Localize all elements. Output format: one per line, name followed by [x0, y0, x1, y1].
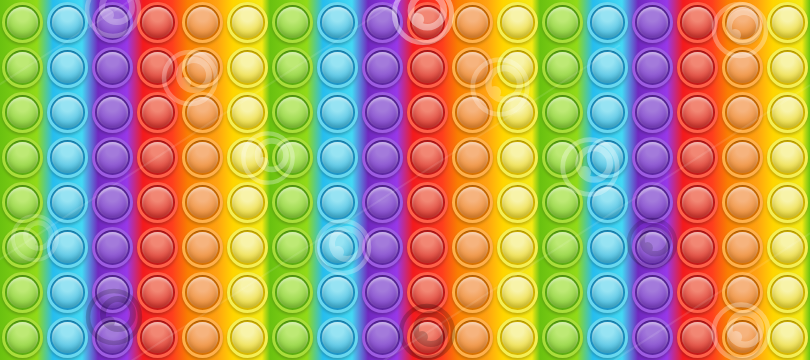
popit-cell-r8c4: [135, 315, 180, 360]
popit-bubble-orange-r8c5[interactable]: [182, 317, 223, 358]
popit-bubble-purple-r3c15[interactable]: [632, 92, 673, 133]
popit-cell-r7c16: [675, 270, 720, 315]
popit-bubble-red-r7c10[interactable]: [407, 272, 448, 313]
popit-cell-r4c10: [405, 135, 450, 180]
popit-bubble-yellow-r1c18[interactable]: [767, 2, 808, 43]
popit-bubble-orange-r6c5[interactable]: [182, 227, 223, 268]
popit-cell-r7c5: [180, 270, 225, 315]
bubble-dome-icon: [547, 142, 578, 173]
popit-cell-r2c12: [495, 45, 540, 90]
popit-bubble-orange-r1c5[interactable]: [182, 2, 223, 43]
popit-bubble-cyan-r1c2[interactable]: [47, 2, 88, 43]
bubble-dome-icon: [97, 187, 128, 218]
popit-bubble-cyan-r4c14[interactable]: [587, 137, 628, 178]
popit-cell-r2c3: [90, 45, 135, 90]
bubble-dome-icon: [187, 232, 218, 263]
popit-cell-r3c12: [495, 90, 540, 135]
popit-cell-r1c18: [765, 0, 810, 45]
popit-cell-r1c12: [495, 0, 540, 45]
popit-bubble-green-r3c7[interactable]: [272, 92, 313, 133]
popit-bubble-purple-r1c9[interactable]: [362, 2, 403, 43]
popit-bubble-yellow-r2c18[interactable]: [767, 47, 808, 88]
popit-bubble-yellow-r6c12[interactable]: [497, 227, 538, 268]
popit-bubble-cyan-r5c8[interactable]: [317, 182, 358, 223]
popit-cell-r8c5: [180, 315, 225, 360]
popit-bubble-orange-r7c11[interactable]: [452, 272, 493, 313]
popit-bubble-purple-r5c3[interactable]: [92, 182, 133, 223]
bubble-dome-icon: [322, 97, 353, 128]
popit-bubble-green-r4c13[interactable]: [542, 137, 583, 178]
popit-bubble-red-r1c4[interactable]: [137, 2, 178, 43]
popit-cell-r6c1: [0, 225, 45, 270]
popit-bubble-red-r8c4[interactable]: [137, 317, 178, 358]
popit-bubble-yellow-r7c6[interactable]: [227, 272, 268, 313]
popit-cell-r2c14: [585, 45, 630, 90]
popit-cell-r6c17: [720, 225, 765, 270]
popit-cell-r6c8: [315, 225, 360, 270]
popit-bubble-red-r2c4[interactable]: [137, 47, 178, 88]
popit-cell-r6c2: [45, 225, 90, 270]
popit-bubble-purple-r7c15[interactable]: [632, 272, 673, 313]
popit-bubble-yellow-r3c18[interactable]: [767, 92, 808, 133]
bubble-dome-icon: [232, 322, 263, 353]
bubble-dome-icon: [547, 277, 578, 308]
popit-bubble-yellow-r6c18[interactable]: [767, 227, 808, 268]
bubble-dome-icon: [232, 277, 263, 308]
popit-bubble-cyan-r2c8[interactable]: [317, 47, 358, 88]
popit-bubble-purple-r5c15[interactable]: [632, 182, 673, 223]
popit-bubble-yellow-r4c12[interactable]: [497, 137, 538, 178]
popit-bubble-red-r6c16[interactable]: [677, 227, 718, 268]
bubble-dome-icon: [547, 322, 578, 353]
bubble-dome-icon: [367, 142, 398, 173]
popit-cell-r5c5: [180, 180, 225, 225]
bubble-dome-icon: [412, 52, 443, 83]
bubble-dome-icon: [232, 52, 263, 83]
bubble-dome-icon: [457, 232, 488, 263]
popit-bubble-red-r5c10[interactable]: [407, 182, 448, 223]
popit-bubble-cyan-r6c2[interactable]: [47, 227, 88, 268]
popit-cell-r7c7: [270, 270, 315, 315]
popit-bubble-green-r1c1[interactable]: [2, 2, 43, 43]
popit-cell-r2c6: [225, 45, 270, 90]
popit-cell-r6c6: [225, 225, 270, 270]
popit-bubble-purple-r8c15[interactable]: [632, 317, 673, 358]
popit-cell-r4c17: [720, 135, 765, 180]
popit-bubble-green-r8c13[interactable]: [542, 317, 583, 358]
popit-bubble-green-r3c13[interactable]: [542, 92, 583, 133]
popit-bubble-purple-r4c3[interactable]: [92, 137, 133, 178]
popit-cell-r6c13: [540, 225, 585, 270]
bubble-dome-icon: [97, 232, 128, 263]
bubble-dome-icon: [232, 97, 263, 128]
popit-bubble-cyan-r8c14[interactable]: [587, 317, 628, 358]
popit-cell-r3c17: [720, 90, 765, 135]
bubble-dome-icon: [97, 52, 128, 83]
popit-cell-r2c17: [720, 45, 765, 90]
popit-bubble-purple-r7c3[interactable]: [92, 272, 133, 313]
popit-cell-r2c15: [630, 45, 675, 90]
bubble-dome-icon: [142, 277, 173, 308]
popit-bubble-red-r7c4[interactable]: [137, 272, 178, 313]
popit-cell-r3c3: [90, 90, 135, 135]
popit-bubble-cyan-r6c8[interactable]: [317, 227, 358, 268]
popit-cell-r1c3: [90, 0, 135, 45]
bubble-dome-icon: [142, 187, 173, 218]
popit-cell-r6c5: [180, 225, 225, 270]
popit-cell-r8c1: [0, 315, 45, 360]
bubble-dome-icon: [682, 97, 713, 128]
popit-bubble-green-r4c1[interactable]: [2, 137, 43, 178]
popit-bubble-cyan-r6c14[interactable]: [587, 227, 628, 268]
popit-bubble-green-r8c1[interactable]: [2, 317, 43, 358]
popit-bubble-cyan-r1c8[interactable]: [317, 2, 358, 43]
popit-bubble-cyan-r2c2[interactable]: [47, 47, 88, 88]
popit-bubble-cyan-r7c8[interactable]: [317, 272, 358, 313]
popit-bubble-red-r4c4[interactable]: [137, 137, 178, 178]
popit-cell-r5c2: [45, 180, 90, 225]
popit-bubble-green-r7c7[interactable]: [272, 272, 313, 313]
bubble-dome-icon: [322, 187, 353, 218]
popit-bubble-cyan-r1c14[interactable]: [587, 2, 628, 43]
popit-cell-r1c8: [315, 0, 360, 45]
popit-cell-r3c11: [450, 90, 495, 135]
popit-cell-r8c9: [360, 315, 405, 360]
popit-bubble-red-r6c10[interactable]: [407, 227, 448, 268]
bubble-dome-icon: [772, 187, 803, 218]
popit-bubble-green-r4c7[interactable]: [272, 137, 313, 178]
popit-bubble-cyan-r8c2[interactable]: [47, 317, 88, 358]
bubble-dome-icon: [52, 187, 83, 218]
popit-bubble-yellow-r3c12[interactable]: [497, 92, 538, 133]
popit-bubble-cyan-r3c2[interactable]: [47, 92, 88, 133]
popit-bubble-orange-r7c5[interactable]: [182, 272, 223, 313]
popit-bubble-purple-r6c15[interactable]: [632, 227, 673, 268]
popit-cell-r1c2: [45, 0, 90, 45]
popit-bubble-cyan-r4c2[interactable]: [47, 137, 88, 178]
popit-cell-r8c10: [405, 315, 450, 360]
popit-cell-r7c2: [45, 270, 90, 315]
popit-bubble-cyan-r4c8[interactable]: [317, 137, 358, 178]
popit-cell-r3c1: [0, 90, 45, 135]
popit-bubble-purple-r4c9[interactable]: [362, 137, 403, 178]
popit-cell-r3c18: [765, 90, 810, 135]
popit-cell-r4c8: [315, 135, 360, 180]
popit-bubble-green-r2c7[interactable]: [272, 47, 313, 88]
popit-bubble-purple-r8c9[interactable]: [362, 317, 403, 358]
popit-bubble-orange-r6c17[interactable]: [722, 227, 763, 268]
popit-bubble-red-r1c16[interactable]: [677, 2, 718, 43]
popit-cell-r3c7: [270, 90, 315, 135]
popit-bubble-cyan-r3c14[interactable]: [587, 92, 628, 133]
popit-bubble-cyan-r8c8[interactable]: [317, 317, 358, 358]
popit-bubble-purple-r4c15[interactable]: [632, 137, 673, 178]
popit-bubble-green-r5c7[interactable]: [272, 182, 313, 223]
popit-bubble-green-r2c1[interactable]: [2, 47, 43, 88]
popit-cell-r3c13: [540, 90, 585, 135]
popit-bubble-orange-r4c17[interactable]: [722, 137, 763, 178]
popit-bubble-cyan-r2c14[interactable]: [587, 47, 628, 88]
popit-cell-r5c1: [0, 180, 45, 225]
bubble-dome-icon: [52, 52, 83, 83]
popit-bubble-yellow-r7c18[interactable]: [767, 272, 808, 313]
popit-bubble-yellow-r1c6[interactable]: [227, 2, 268, 43]
bubble-dome-icon: [547, 7, 578, 38]
popit-bubble-green-r5c1[interactable]: [2, 182, 43, 223]
bubble-dome-icon: [97, 277, 128, 308]
bubble-dome-icon: [592, 277, 623, 308]
popit-bubble-red-r8c16[interactable]: [677, 317, 718, 358]
popit-cell-r8c11: [450, 315, 495, 360]
popit-bubble-yellow-r4c6[interactable]: [227, 137, 268, 178]
popit-bubble-green-r1c13[interactable]: [542, 2, 583, 43]
bubble-dome-icon: [457, 187, 488, 218]
popit-bubble-orange-r4c11[interactable]: [452, 137, 493, 178]
popit-bubble-orange-r8c17[interactable]: [722, 317, 763, 358]
popit-cell-r8c6: [225, 315, 270, 360]
popit-bubble-green-r1c7[interactable]: [272, 2, 313, 43]
popit-bubble-purple-r2c15[interactable]: [632, 47, 673, 88]
bubble-dome-icon: [412, 322, 443, 353]
bubble-dome-icon: [772, 7, 803, 38]
popit-bubble-yellow-r5c6[interactable]: [227, 182, 268, 223]
popit-cell-r7c4: [135, 270, 180, 315]
popit-bubble-green-r7c1[interactable]: [2, 272, 43, 313]
popit-bubble-red-r5c4[interactable]: [137, 182, 178, 223]
bubble-dome-icon: [367, 322, 398, 353]
bubble-dome-icon: [727, 322, 758, 353]
popit-bubble-yellow-r3c6[interactable]: [227, 92, 268, 133]
popit-cell-r2c1: [0, 45, 45, 90]
popit-cell-r1c9: [360, 0, 405, 45]
popit-bubble-green-r6c13[interactable]: [542, 227, 583, 268]
bubble-dome-icon: [322, 142, 353, 173]
popit-cell-r8c7: [270, 315, 315, 360]
popit-bubble-purple-r6c9[interactable]: [362, 227, 403, 268]
popit-cell-r7c12: [495, 270, 540, 315]
popit-bubble-red-r2c16[interactable]: [677, 47, 718, 88]
popit-bubble-orange-r1c17[interactable]: [722, 2, 763, 43]
popit-bubble-yellow-r2c12[interactable]: [497, 47, 538, 88]
bubble-dome-icon: [7, 322, 38, 353]
popit-bubble-yellow-r5c12[interactable]: [497, 182, 538, 223]
bubble-dome-icon: [187, 52, 218, 83]
popit-cell-r2c8: [315, 45, 360, 90]
popit-bubble-orange-r6c11[interactable]: [452, 227, 493, 268]
bubble-dome-icon: [142, 322, 173, 353]
popit-bubble-red-r6c4[interactable]: [137, 227, 178, 268]
popit-bubble-green-r6c7[interactable]: [272, 227, 313, 268]
popit-cell-r8c3: [90, 315, 135, 360]
popit-bubble-orange-r5c5[interactable]: [182, 182, 223, 223]
bubble-dome-icon: [7, 232, 38, 263]
bubble-dome-icon: [412, 142, 443, 173]
popit-bubble-orange-r7c17[interactable]: [722, 272, 763, 313]
popit-bubble-green-r8c7[interactable]: [272, 317, 313, 358]
popit-cell-r2c11: [450, 45, 495, 90]
bubble-dome-icon: [682, 277, 713, 308]
popit-bubble-yellow-r8c18[interactable]: [767, 317, 808, 358]
popit-bubble-yellow-r2c6[interactable]: [227, 47, 268, 88]
bubble-dome-icon: [727, 52, 758, 83]
popit-cell-r5c3: [90, 180, 135, 225]
popit-cell-r7c8: [315, 270, 360, 315]
popit-rainbow-pattern: [0, 0, 810, 360]
popit-bubble-red-r8c10[interactable]: [407, 317, 448, 358]
bubble-dome-icon: [277, 277, 308, 308]
popit-cell-r8c17: [720, 315, 765, 360]
bubble-dome-icon: [502, 52, 533, 83]
popit-bubble-purple-r1c15[interactable]: [632, 2, 673, 43]
popit-bubble-purple-r5c9[interactable]: [362, 182, 403, 223]
popit-bubble-purple-r1c3[interactable]: [92, 2, 133, 43]
popit-bubble-purple-r8c3[interactable]: [92, 317, 133, 358]
popit-bubble-red-r4c10[interactable]: [407, 137, 448, 178]
bubble-dome-icon: [547, 187, 578, 218]
bubble-dome-icon: [367, 7, 398, 38]
popit-bubble-green-r5c13[interactable]: [542, 182, 583, 223]
bubble-dome-icon: [457, 97, 488, 128]
bubble-dome-icon: [187, 322, 218, 353]
popit-bubble-orange-r3c5[interactable]: [182, 92, 223, 133]
popit-bubble-orange-r1c11[interactable]: [452, 2, 493, 43]
bubble-dome-icon: [727, 142, 758, 173]
popit-bubble-orange-r2c11[interactable]: [452, 47, 493, 88]
bubble-dome-icon: [682, 7, 713, 38]
popit-cell-r2c13: [540, 45, 585, 90]
bubble-dome-icon: [142, 142, 173, 173]
bubble-dome-icon: [52, 322, 83, 353]
popit-bubble-orange-r3c11[interactable]: [452, 92, 493, 133]
popit-cell-r6c9: [360, 225, 405, 270]
bubble-dome-icon: [772, 97, 803, 128]
bubble-dome-icon: [232, 7, 263, 38]
bubble-dome-icon: [277, 7, 308, 38]
popit-bubble-green-r2c13[interactable]: [542, 47, 583, 88]
bubble-dome-icon: [412, 277, 443, 308]
bubble-dome-icon: [277, 322, 308, 353]
popit-cell-r1c6: [225, 0, 270, 45]
bubble-dome-icon: [457, 322, 488, 353]
bubble-dome-icon: [502, 232, 533, 263]
popit-cell-r5c11: [450, 180, 495, 225]
popit-cell-r1c7: [270, 0, 315, 45]
popit-cell-r7c17: [720, 270, 765, 315]
popit-bubble-orange-r5c11[interactable]: [452, 182, 493, 223]
bubble-dome-icon: [637, 322, 668, 353]
popit-bubble-cyan-r3c8[interactable]: [317, 92, 358, 133]
popit-bubble-green-r3c1[interactable]: [2, 92, 43, 133]
popit-cell-r4c4: [135, 135, 180, 180]
bubble-dome-icon: [547, 232, 578, 263]
popit-cell-r5c13: [540, 180, 585, 225]
popit-bubble-red-r3c16[interactable]: [677, 92, 718, 133]
popit-cell-r8c14: [585, 315, 630, 360]
popit-bubble-yellow-r6c6[interactable]: [227, 227, 268, 268]
bubble-dome-icon: [502, 187, 533, 218]
popit-cell-r4c15: [630, 135, 675, 180]
popit-bubble-orange-r3c17[interactable]: [722, 92, 763, 133]
popit-bubble-purple-r2c3[interactable]: [92, 47, 133, 88]
popit-cell-r7c14: [585, 270, 630, 315]
popit-cell-r3c16: [675, 90, 720, 135]
popit-bubble-orange-r2c17[interactable]: [722, 47, 763, 88]
popit-cell-r5c7: [270, 180, 315, 225]
popit-bubble-yellow-r7c12[interactable]: [497, 272, 538, 313]
bubble-dome-icon: [727, 7, 758, 38]
popit-cell-r3c6: [225, 90, 270, 135]
popit-bubble-purple-r6c3[interactable]: [92, 227, 133, 268]
bubble-dome-icon: [592, 7, 623, 38]
popit-bubble-yellow-r4c18[interactable]: [767, 137, 808, 178]
bubble-dome-icon: [277, 232, 308, 263]
popit-bubble-cyan-r5c2[interactable]: [47, 182, 88, 223]
bubble-dome-icon: [547, 97, 578, 128]
popit-bubble-yellow-r5c18[interactable]: [767, 182, 808, 223]
popit-bubble-purple-r2c9[interactable]: [362, 47, 403, 88]
popit-cell-r3c4: [135, 90, 180, 135]
popit-bubble-orange-r2c5[interactable]: [182, 47, 223, 88]
popit-cell-r3c8: [315, 90, 360, 135]
bubble-dome-icon: [502, 97, 533, 128]
popit-bubble-green-r7c13[interactable]: [542, 272, 583, 313]
popit-cell-r7c1: [0, 270, 45, 315]
popit-bubble-green-r6c1[interactable]: [2, 227, 43, 268]
popit-bubble-purple-r3c3[interactable]: [92, 92, 133, 133]
popit-cell-r1c11: [450, 0, 495, 45]
popit-bubble-purple-r3c9[interactable]: [362, 92, 403, 133]
popit-bubble-cyan-r7c14[interactable]: [587, 272, 628, 313]
popit-bubble-red-r7c16[interactable]: [677, 272, 718, 313]
popit-bubble-orange-r8c11[interactable]: [452, 317, 493, 358]
popit-bubble-cyan-r7c2[interactable]: [47, 272, 88, 313]
bubble-dome-icon: [322, 52, 353, 83]
bubble-dome-icon: [772, 142, 803, 173]
bubble-dome-icon: [772, 52, 803, 83]
popit-cell-r8c8: [315, 315, 360, 360]
popit-bubble-red-r3c10[interactable]: [407, 92, 448, 133]
bubble-dome-icon: [727, 232, 758, 263]
popit-cell-r8c16: [675, 315, 720, 360]
popit-bubble-red-r2c10[interactable]: [407, 47, 448, 88]
popit-cell-r7c11: [450, 270, 495, 315]
bubble-dome-icon: [412, 232, 443, 263]
bubble-dome-icon: [7, 187, 38, 218]
popit-bubble-red-r5c16[interactable]: [677, 182, 718, 223]
bubble-dome-icon: [682, 232, 713, 263]
popit-bubble-yellow-r1c12[interactable]: [497, 2, 538, 43]
popit-cell-r2c7: [270, 45, 315, 90]
popit-cell-r2c10: [405, 45, 450, 90]
popit-cell-r6c12: [495, 225, 540, 270]
popit-bubble-red-r3c4[interactable]: [137, 92, 178, 133]
bubble-dome-icon: [547, 52, 578, 83]
popit-cell-r4c5: [180, 135, 225, 180]
bubble-dome-icon: [592, 97, 623, 128]
popit-cell-r5c4: [135, 180, 180, 225]
bubble-dome-icon: [502, 7, 533, 38]
popit-bubble-orange-r5c17[interactable]: [722, 182, 763, 223]
popit-bubble-purple-r7c9[interactable]: [362, 272, 403, 313]
popit-bubble-cyan-r5c14[interactable]: [587, 182, 628, 223]
popit-bubble-red-r1c10[interactable]: [407, 2, 448, 43]
popit-cell-r5c6: [225, 180, 270, 225]
popit-bubble-yellow-r8c6[interactable]: [227, 317, 268, 358]
popit-bubble-red-r4c16[interactable]: [677, 137, 718, 178]
popit-bubble-orange-r4c5[interactable]: [182, 137, 223, 178]
popit-cell-r8c2: [45, 315, 90, 360]
popit-bubble-yellow-r8c12[interactable]: [497, 317, 538, 358]
